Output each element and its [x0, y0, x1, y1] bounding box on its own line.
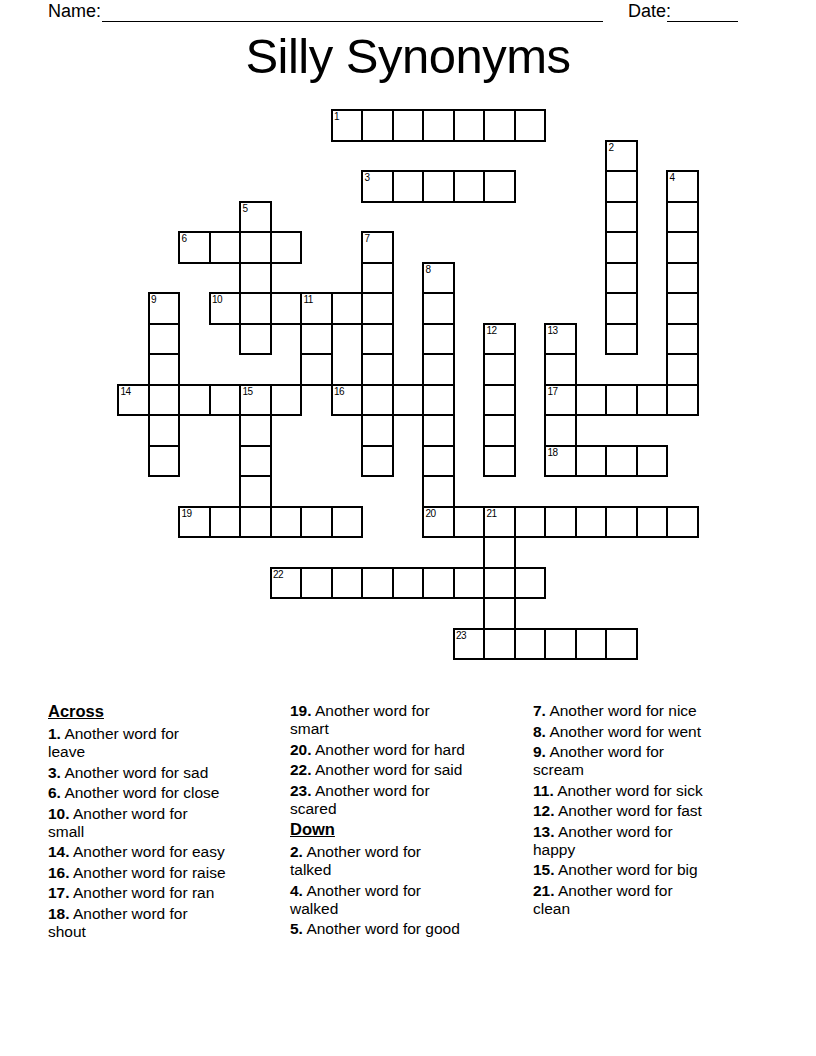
- grid-cell-r8c10[interactable]: [422, 353, 455, 386]
- grid-cell-r7c1[interactable]: [148, 323, 181, 356]
- grid-cell-r10c8[interactable]: [361, 414, 394, 447]
- grid-cell-r13c17[interactable]: [636, 506, 669, 539]
- date-label: Date:: [628, 1, 671, 22]
- grid-cell-r13c3[interactable]: [209, 506, 242, 539]
- grid-cell-r11c10[interactable]: [422, 445, 455, 478]
- clue-number-label: 9.: [533, 743, 546, 760]
- grid-cell-r4c4[interactable]: [239, 231, 272, 264]
- grid-cell-r13c15[interactable]: [575, 506, 608, 539]
- clue-number-label: 15.: [533, 861, 555, 878]
- cell-number-20: 20: [426, 508, 436, 520]
- clue-8: 8. Another word for went: [533, 723, 773, 741]
- grid-cell-r15c12[interactable]: [483, 567, 516, 600]
- clue-17: 17. Another word for ran: [48, 884, 288, 902]
- grid-cell-r17c15[interactable]: [575, 628, 608, 661]
- cell-number-4: 4: [670, 172, 675, 184]
- grid-cell-r15c5[interactable]: 22: [270, 567, 303, 600]
- clue-number-label: 20.: [290, 741, 312, 758]
- grid-cell-r5c18[interactable]: [666, 262, 699, 295]
- grid-cell-r13c10[interactable]: 20: [422, 506, 455, 539]
- grid-cell-r13c13[interactable]: [514, 506, 547, 539]
- grid-cell-r11c17[interactable]: [636, 445, 669, 478]
- cell-number-23: 23: [456, 630, 466, 642]
- grid-cell-r5c16[interactable]: [605, 262, 638, 295]
- grid-cell-r2c9[interactable]: [392, 170, 425, 203]
- grid-cell-r13c14[interactable]: [544, 506, 577, 539]
- clue-number-label: 23.: [290, 782, 312, 799]
- across-header: Across: [48, 702, 288, 721]
- grid-cell-r0c9[interactable]: [392, 109, 425, 142]
- name-input-line[interactable]: [102, 3, 603, 22]
- grid-cell-r17c11[interactable]: 23: [453, 628, 486, 661]
- grid-cell-r4c5[interactable]: [270, 231, 303, 264]
- cell-number-21: 21: [487, 508, 497, 520]
- grid-cell-r9c16[interactable]: [605, 384, 638, 417]
- grid-cell-r0c8[interactable]: [361, 109, 394, 142]
- grid-cell-r9c15[interactable]: [575, 384, 608, 417]
- grid-cell-r4c18[interactable]: [666, 231, 699, 264]
- clue-10: 10. Another word for small: [48, 805, 288, 841]
- grid-cell-r3c18[interactable]: [666, 201, 699, 234]
- grid-cell-r5c4[interactable]: [239, 262, 272, 295]
- grid-cell-r6c10[interactable]: [422, 292, 455, 325]
- grid-cell-r0c10[interactable]: [422, 109, 455, 142]
- grid-cell-r7c4[interactable]: [239, 323, 272, 356]
- grid-cell-r7c6[interactable]: [300, 323, 333, 356]
- grid-cell-r7c16[interactable]: [605, 323, 638, 356]
- clue-number-label: 13.: [533, 823, 555, 840]
- grid-cell-r7c12[interactable]: 12: [483, 323, 516, 356]
- grid-cell-r3c16[interactable]: [605, 201, 638, 234]
- clue-number-label: 17.: [48, 884, 70, 901]
- grid-cell-r9c3[interactable]: [209, 384, 242, 417]
- grid-cell-r0c7[interactable]: 1: [331, 109, 364, 142]
- cell-number-5: 5: [243, 203, 248, 215]
- grid-cell-r11c15[interactable]: [575, 445, 608, 478]
- grid-cell-r11c12[interactable]: [483, 445, 516, 478]
- grid-cell-r15c7[interactable]: [331, 567, 364, 600]
- grid-cell-r10c12[interactable]: [483, 414, 516, 447]
- clue-11: 11. Another word for sick: [533, 782, 773, 800]
- grid-cell-r13c16[interactable]: [605, 506, 638, 539]
- cell-number-1: 1: [334, 111, 339, 123]
- clue-13: 13. Another word for happy: [533, 823, 773, 859]
- grid-cell-r7c14[interactable]: 13: [544, 323, 577, 356]
- cell-number-10: 10: [212, 294, 222, 306]
- grid-cell-r9c14[interactable]: 17: [544, 384, 577, 417]
- grid-cell-r9c18[interactable]: [666, 384, 699, 417]
- grid-cell-r4c8[interactable]: 7: [361, 231, 394, 264]
- clue-23: 23. Another word for scared: [290, 782, 530, 818]
- grid-cell-r9c0[interactable]: 14: [117, 384, 150, 417]
- grid-cell-r6c18[interactable]: [666, 292, 699, 325]
- grid-cell-r15c13[interactable]: [514, 567, 547, 600]
- grid-cell-r12c4[interactable]: [239, 475, 272, 508]
- grid-cell-r11c14[interactable]: 18: [544, 445, 577, 478]
- grid-cell-r6c16[interactable]: [605, 292, 638, 325]
- grid-cell-r8c8[interactable]: [361, 353, 394, 386]
- grid-cell-r2c18[interactable]: 4: [666, 170, 699, 203]
- cell-number-14: 14: [121, 386, 131, 398]
- grid-cell-r15c8[interactable]: [361, 567, 394, 600]
- grid-cell-r17c14[interactable]: [544, 628, 577, 661]
- clue-number-label: 3.: [48, 764, 61, 781]
- grid-cell-r13c4[interactable]: [239, 506, 272, 539]
- grid-cell-r4c2[interactable]: 6: [178, 231, 211, 264]
- grid-cell-r13c18[interactable]: [666, 506, 699, 539]
- clue-number-label: 18.: [48, 905, 70, 922]
- clue-4: 4. Another word for walked: [290, 882, 530, 918]
- cell-number-7: 7: [365, 233, 370, 245]
- grid-cell-r2c16[interactable]: [605, 170, 638, 203]
- grid-cell-r5c10[interactable]: 8: [422, 262, 455, 295]
- grid-cell-r0c13[interactable]: [514, 109, 547, 142]
- clue-2: 2. Another word for talked: [290, 843, 530, 879]
- grid-cell-r16c12[interactable]: [483, 597, 516, 630]
- clue-number-label: 19.: [290, 702, 312, 719]
- grid-cell-r8c6[interactable]: [300, 353, 333, 386]
- grid-cell-r6c7[interactable]: [331, 292, 364, 325]
- grid-cell-r5c8[interactable]: [361, 262, 394, 295]
- clue-number-label: 2.: [290, 843, 303, 860]
- clue-number-label: 16.: [48, 864, 70, 881]
- clue-number-label: 14.: [48, 843, 70, 860]
- grid-cell-r2c10[interactable]: [422, 170, 455, 203]
- grid-cell-r0c11[interactable]: [453, 109, 486, 142]
- name-label: Name:: [48, 1, 101, 22]
- clue-21: 21. Another word for clean: [533, 882, 773, 918]
- cell-number-13: 13: [548, 325, 558, 337]
- grid-cell-r12c10[interactable]: [422, 475, 455, 508]
- crossword-grid: 1234567891011121314151617181920212223: [117, 109, 700, 661]
- cell-number-16: 16: [334, 386, 344, 398]
- clue-18: 18. Another word for shout: [48, 905, 288, 941]
- grid-cell-r15c6[interactable]: [300, 567, 333, 600]
- clue-7: 7. Another word for nice: [533, 702, 773, 720]
- grid-cell-r17c16[interactable]: [605, 628, 638, 661]
- grid-cell-r13c5[interactable]: [270, 506, 303, 539]
- clue-14: 14. Another word for easy: [48, 843, 288, 861]
- grid-cell-r15c10[interactable]: [422, 567, 455, 600]
- clue-number-label: 12.: [533, 802, 555, 819]
- grid-cell-r11c1[interactable]: [148, 445, 181, 478]
- grid-cell-r2c12[interactable]: [483, 170, 516, 203]
- grid-cell-r6c3[interactable]: 10: [209, 292, 242, 325]
- grid-cell-r14c12[interactable]: [483, 536, 516, 569]
- grid-cell-r15c11[interactable]: [453, 567, 486, 600]
- clues-column-2: 19. Another word for smart20. Another wo…: [290, 702, 530, 941]
- grid-cell-r10c14[interactable]: [544, 414, 577, 447]
- cell-number-3: 3: [365, 172, 370, 184]
- clue-22: 22. Another word for said: [290, 761, 530, 779]
- clue-number-label: 6.: [48, 784, 61, 801]
- clue-20: 20. Another word for hard: [290, 741, 530, 759]
- grid-cell-r7c10[interactable]: [422, 323, 455, 356]
- cell-number-19: 19: [182, 508, 192, 520]
- grid-cell-r9c10[interactable]: [422, 384, 455, 417]
- grid-cell-r3c4[interactable]: 5: [239, 201, 272, 234]
- grid-cell-r17c12[interactable]: [483, 628, 516, 661]
- clue-1: 1. Another word for leave: [48, 725, 288, 761]
- cell-number-8: 8: [426, 264, 431, 276]
- clues-column-3: 7. Another word for nice8. Another word …: [533, 702, 773, 920]
- grid-cell-r9c7[interactable]: 16: [331, 384, 364, 417]
- clues-column-1: Across1. Another word for leave3. Anothe…: [48, 702, 288, 943]
- clue-number-label: 10.: [48, 805, 70, 822]
- clue-12: 12. Another word for fast: [533, 802, 773, 820]
- clue-6: 6. Another word for close: [48, 784, 288, 802]
- grid-cell-r15c9[interactable]: [392, 567, 425, 600]
- grid-cell-r7c8[interactable]: [361, 323, 394, 356]
- clue-number-label: 8.: [533, 723, 546, 740]
- cell-number-18: 18: [548, 447, 558, 459]
- grid-cell-r13c2[interactable]: 19: [178, 506, 211, 539]
- page-title: Silly Synonyms: [0, 26, 816, 86]
- grid-cell-r10c10[interactable]: [422, 414, 455, 447]
- grid-cell-r8c12[interactable]: [483, 353, 516, 386]
- grid-cell-r11c8[interactable]: [361, 445, 394, 478]
- cell-number-12: 12: [487, 325, 497, 337]
- grid-cell-r9c9[interactable]: [392, 384, 425, 417]
- grid-cell-r6c8[interactable]: [361, 292, 394, 325]
- grid-cell-r8c1[interactable]: [148, 353, 181, 386]
- date-input-line[interactable]: [667, 3, 738, 22]
- clue-3: 3. Another word for sad: [48, 764, 288, 782]
- clue-19: 19. Another word for smart: [290, 702, 530, 738]
- cell-number-2: 2: [609, 142, 614, 154]
- clue-number-label: 22.: [290, 761, 312, 778]
- grid-cell-r4c16[interactable]: [605, 231, 638, 264]
- grid-cell-r7c18[interactable]: [666, 323, 699, 356]
- grid-cell-r13c12[interactable]: 21: [483, 506, 516, 539]
- clue-15: 15. Another word for big: [533, 861, 773, 879]
- grid-cell-r2c8[interactable]: 3: [361, 170, 394, 203]
- clue-16: 16. Another word for raise: [48, 864, 288, 882]
- grid-cell-r11c16[interactable]: [605, 445, 638, 478]
- grid-cell-r6c4[interactable]: [239, 292, 272, 325]
- grid-cell-r17c13[interactable]: [514, 628, 547, 661]
- grid-cell-r9c2[interactable]: [178, 384, 211, 417]
- grid-cell-r8c18[interactable]: [666, 353, 699, 386]
- grid-cell-r13c11[interactable]: [453, 506, 486, 539]
- cell-number-11: 11: [304, 294, 313, 306]
- grid-cell-r4c3[interactable]: [209, 231, 242, 264]
- grid-cell-r9c12[interactable]: [483, 384, 516, 417]
- grid-cell-r9c8[interactable]: [361, 384, 394, 417]
- grid-cell-r6c1[interactable]: 9: [148, 292, 181, 325]
- clue-number-label: 5.: [290, 920, 303, 937]
- clue-number-label: 1.: [48, 725, 61, 742]
- grid-cell-r8c14[interactable]: [544, 353, 577, 386]
- clue-number-label: 4.: [290, 882, 303, 899]
- grid-cell-r10c1[interactable]: [148, 414, 181, 447]
- grid-cell-r6c5[interactable]: [270, 292, 303, 325]
- cell-number-15: 15: [243, 386, 253, 398]
- grid-cell-r13c7[interactable]: [331, 506, 364, 539]
- grid-cell-r1c16[interactable]: 2: [605, 140, 638, 173]
- clue-number-label: 11.: [533, 782, 554, 799]
- grid-cell-r2c11[interactable]: [453, 170, 486, 203]
- clue-5: 5. Another word for good: [290, 920, 530, 938]
- grid-cell-r9c1[interactable]: [148, 384, 181, 417]
- grid-cell-r9c17[interactable]: [636, 384, 669, 417]
- down-header: Down: [290, 820, 530, 839]
- grid-cell-r13c6[interactable]: [300, 506, 333, 539]
- clue-number-label: 21.: [533, 882, 555, 899]
- grid-cell-r9c5[interactable]: [270, 384, 303, 417]
- grid-cell-r6c6[interactable]: 11: [300, 292, 333, 325]
- worksheet-page: Name: Date: Silly Synonyms 1234567891011…: [0, 0, 816, 1056]
- clue-9: 9. Another word for scream: [533, 743, 773, 779]
- cell-number-22: 22: [273, 569, 283, 581]
- grid-cell-r9c4[interactable]: 15: [239, 384, 272, 417]
- cell-number-9: 9: [151, 294, 156, 306]
- cell-number-6: 6: [182, 233, 187, 245]
- clue-number-label: 7.: [533, 702, 546, 719]
- grid-cell-r10c4[interactable]: [239, 414, 272, 447]
- cell-number-17: 17: [548, 386, 558, 398]
- grid-cell-r11c4[interactable]: [239, 445, 272, 478]
- grid-cell-r0c12[interactable]: [483, 109, 516, 142]
